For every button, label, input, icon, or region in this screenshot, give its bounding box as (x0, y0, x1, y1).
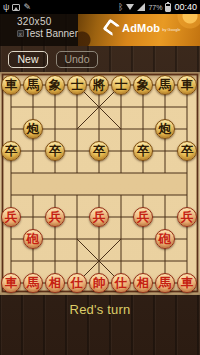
piece-black-卒[interactable]: 卒 (89, 141, 109, 161)
signal-icon (137, 3, 145, 11)
piece-red-砲[interactable]: 砲 (155, 229, 175, 249)
piece-black-卒[interactable]: 卒 (1, 141, 21, 161)
turn-indicator: Red's turn (0, 302, 200, 317)
piece-black-馬[interactable]: 馬 (155, 75, 175, 95)
piece-red-帥[interactable]: 帥 (89, 273, 109, 293)
toolbar: New Undo (0, 46, 200, 72)
status-bar-right: ᛒ 77% 00:40 (118, 2, 197, 12)
piece-black-象[interactable]: 象 (45, 75, 65, 95)
bluetooth-icon: ᛒ (118, 2, 123, 12)
clock: 00:40 (174, 2, 197, 12)
piece-black-炮[interactable]: 炮 (155, 119, 175, 139)
admob-brand: AdMob (122, 22, 160, 34)
xiangqi-board[interactable]: 車馬象士將士象馬車炮炮卒卒卒卒卒兵兵兵兵兵砲砲車馬相仕帥仕相馬車 (0, 72, 200, 295)
piece-red-兵[interactable]: 兵 (45, 207, 65, 227)
piece-red-相[interactable]: 相 (133, 273, 153, 293)
ad-name-label: Test Banner (25, 27, 78, 40)
piece-red-砲[interactable]: 砲 (23, 229, 43, 249)
admob-logo-icon (102, 18, 120, 36)
usb-icon: ψ (3, 2, 9, 12)
battery-percent: 77% (148, 4, 162, 11)
admob-creative[interactable]: AdMob by Google (78, 14, 200, 46)
piece-red-兵[interactable]: 兵 (89, 207, 109, 227)
ad-size-label: 320x50 (17, 16, 78, 27)
piece-red-兵[interactable]: 兵 (133, 207, 153, 227)
screenshot-icon (12, 4, 20, 11)
piece-black-士[interactable]: 士 (67, 75, 87, 95)
piece-black-士[interactable]: 士 (111, 75, 131, 95)
ad-test-label: 320x50 x Test Banner (0, 14, 78, 46)
piece-black-卒[interactable]: 卒 (133, 141, 153, 161)
piece-black-將[interactable]: 將 (89, 75, 109, 95)
status-bar: ψ ✎ ᛒ 77% 00:40 (0, 0, 200, 14)
piece-red-車[interactable]: 車 (1, 273, 21, 293)
piece-black-車[interactable]: 車 (177, 75, 197, 95)
ad-banner[interactable]: 320x50 x Test Banner AdMob by Google (0, 14, 200, 46)
undo-button[interactable]: Undo (56, 51, 98, 68)
piece-black-車[interactable]: 車 (1, 75, 21, 95)
status-bar-left: ψ ✎ (3, 2, 31, 12)
piece-red-仕[interactable]: 仕 (111, 273, 131, 293)
piece-red-相[interactable]: 相 (45, 273, 65, 293)
bottom-bar: Red's turn (0, 295, 200, 355)
piece-red-馬[interactable]: 馬 (23, 273, 43, 293)
ad-close-icon[interactable]: x (17, 30, 24, 37)
piece-black-卒[interactable]: 卒 (45, 141, 65, 161)
piece-red-兵[interactable]: 兵 (1, 207, 21, 227)
piece-red-仕[interactable]: 仕 (67, 273, 87, 293)
new-game-button[interactable]: New (8, 51, 48, 68)
piece-layer: 車馬象士將士象馬車炮炮卒卒卒卒卒兵兵兵兵兵砲砲車馬相仕帥仕相馬車 (0, 74, 198, 294)
admob-byline: by Google (162, 27, 180, 32)
battery-icon (165, 3, 171, 12)
piece-black-卒[interactable]: 卒 (177, 141, 197, 161)
piece-red-馬[interactable]: 馬 (155, 273, 175, 293)
piece-red-車[interactable]: 車 (177, 273, 197, 293)
piece-red-兵[interactable]: 兵 (177, 207, 197, 227)
piece-black-象[interactable]: 象 (133, 75, 153, 95)
app-screen: ψ ✎ ᛒ 77% 00:40 320x50 x Test Banner AdM… (0, 0, 200, 355)
wifi-icon (126, 4, 134, 10)
pencil-icon: ✎ (23, 2, 31, 12)
piece-black-馬[interactable]: 馬 (23, 75, 43, 95)
piece-black-炮[interactable]: 炮 (23, 119, 43, 139)
